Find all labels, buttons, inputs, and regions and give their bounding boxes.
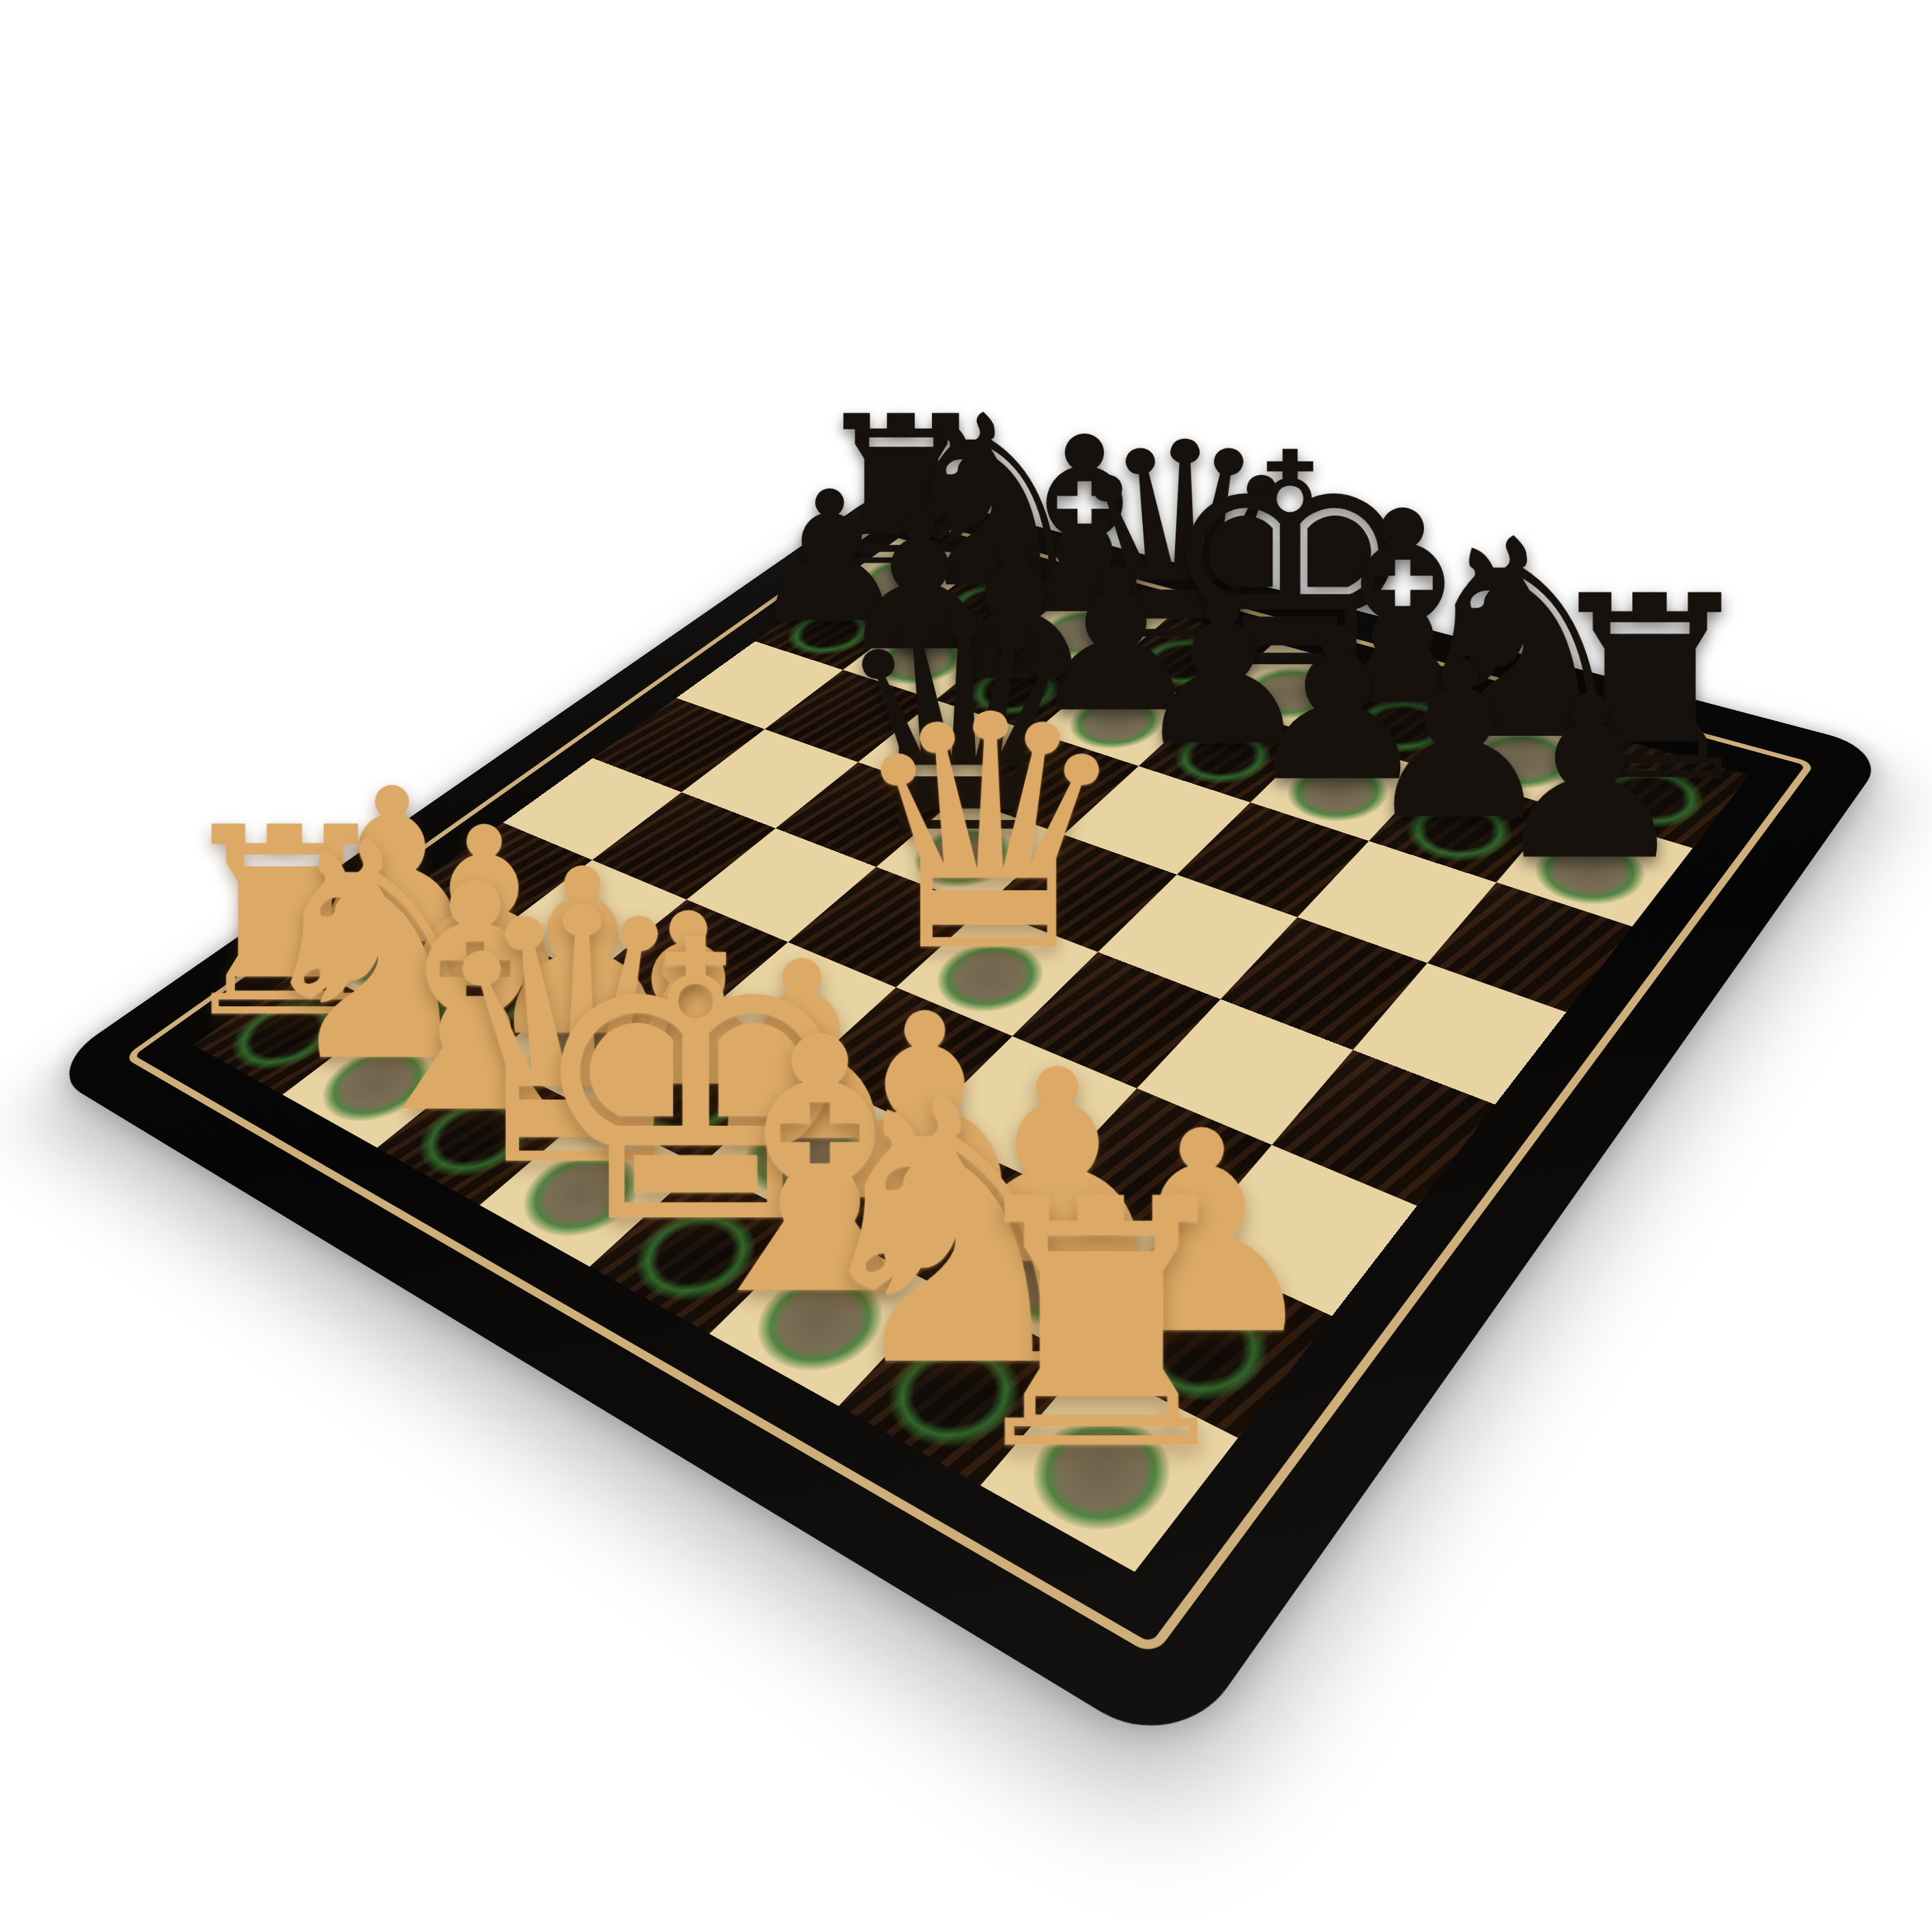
- white-rook-glyph: ♜: [948, 1155, 1254, 1497]
- board-ebony-border: ♜♞♝♛♚♝♞♜♟♟♟♟♟♟♟♟♛♛♟♟♟♟♟♟♟♟♜♞♝♛♚♝♞♜: [44, 487, 1889, 1758]
- board-grid: ♜♞♝♛♚♝♞♜♟♟♟♟♟♟♟♟♛♛♟♟♟♟♟♟♟♟♜♞♝♛♚♝♞♜: [194, 538, 1749, 1572]
- chess-scene: ♜♞♝♛♚♝♞♜♟♟♟♟♟♟♟♟♛♛♟♟♟♟♟♟♟♟♜♞♝♛♚♝♞♜: [0, 0, 1932, 1932]
- black-pawn-glyph: ♟: [1489, 666, 1690, 891]
- chess-board: ♜♞♝♛♚♝♞♜♟♟♟♟♟♟♟♟♛♛♟♟♟♟♟♟♟♟♜♞♝♛♚♝♞♜: [44, 487, 1889, 1758]
